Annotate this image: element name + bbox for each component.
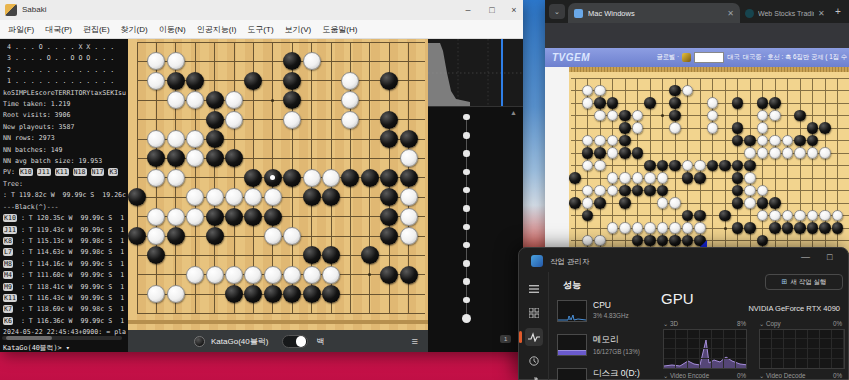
disk-list-item[interactable]: 디스크 0(D:)SSD bbox=[557, 368, 677, 380]
tree-scroll-up-icon[interactable]: ▲ bbox=[510, 109, 517, 116]
black-stone[interactable] bbox=[400, 266, 418, 284]
white-stone[interactable] bbox=[225, 188, 243, 206]
white-stone[interactable] bbox=[206, 266, 224, 284]
menu-item[interactable]: 편집(E) bbox=[83, 24, 110, 35]
white-stone[interactable] bbox=[669, 197, 681, 209]
tab1-close-icon[interactable]: ✕ bbox=[727, 9, 734, 18]
white-stone[interactable] bbox=[147, 52, 165, 70]
white-stone[interactable] bbox=[264, 266, 282, 284]
white-stone[interactable] bbox=[757, 122, 769, 134]
tree-node[interactable] bbox=[463, 187, 470, 194]
gpu-venc-value: 0% bbox=[737, 372, 746, 379]
black-stone[interactable] bbox=[380, 227, 398, 245]
tree-node[interactable] bbox=[463, 278, 470, 285]
console-line: K11 : T 116.43c W 99.99c S 1 bbox=[3, 293, 128, 304]
white-stone[interactable] bbox=[619, 222, 631, 234]
white-stone[interactable] bbox=[400, 188, 418, 206]
white-stone[interactable] bbox=[283, 227, 301, 245]
white-stone[interactable] bbox=[819, 210, 831, 222]
white-stone[interactable] bbox=[632, 222, 644, 234]
white-stone[interactable] bbox=[341, 91, 359, 109]
tree-node-badge: 1 bbox=[500, 335, 511, 343]
black-stone[interactable] bbox=[322, 188, 340, 206]
black-stone[interactable] bbox=[206, 130, 224, 148]
tab2-close-icon[interactable]: ✕ bbox=[818, 9, 825, 18]
black-stone[interactable] bbox=[582, 147, 594, 159]
black-stone[interactable] bbox=[380, 266, 398, 284]
console-line: 4 . . . O . . . . X X . . . bbox=[3, 42, 128, 53]
white-stone[interactable] bbox=[669, 222, 681, 234]
black-stone[interactable] bbox=[782, 222, 794, 234]
menu-item[interactable]: 찾기(D) bbox=[121, 24, 148, 35]
rail-app-history-icon[interactable] bbox=[525, 352, 543, 370]
window-title: Sabaki bbox=[22, 5, 46, 14]
white-stone[interactable] bbox=[594, 160, 606, 172]
white-stone[interactable] bbox=[147, 208, 165, 226]
tab2-title: Web Stocks Trading - Webull bbox=[758, 10, 814, 17]
white-stone[interactable] bbox=[707, 122, 719, 134]
white-stone[interactable] bbox=[283, 111, 301, 129]
white-stone[interactable] bbox=[303, 52, 321, 70]
white-stone[interactable] bbox=[147, 72, 165, 90]
white-stone[interactable] bbox=[744, 197, 756, 209]
black-stone[interactable] bbox=[380, 72, 398, 90]
board-top-edge bbox=[569, 67, 849, 72]
white-stone[interactable] bbox=[147, 285, 165, 303]
black-stone[interactable] bbox=[569, 172, 581, 184]
white-stone[interactable] bbox=[167, 130, 185, 148]
star-point bbox=[368, 273, 371, 276]
white-stone[interactable] bbox=[807, 147, 819, 159]
white-stone[interactable] bbox=[632, 122, 644, 134]
white-stone[interactable] bbox=[341, 72, 359, 90]
browser-toolbar: ← → ⟳ remotedesktop.g... ⧉ ⇩ ☆ bbox=[545, 23, 849, 48]
white-stone[interactable] bbox=[303, 169, 321, 187]
black-stone[interactable] bbox=[794, 135, 806, 147]
black-stone[interactable] bbox=[807, 222, 819, 234]
white-stone[interactable] bbox=[225, 111, 243, 129]
black-stone[interactable] bbox=[206, 149, 224, 167]
black-stone[interactable] bbox=[225, 285, 243, 303]
desktop-wallpaper: Sabaki – □ × 파일(F)대국(P)편집(E)찾기(D)이동(N)인공… bbox=[0, 0, 849, 380]
star-point bbox=[661, 114, 664, 117]
black-stone[interactable] bbox=[794, 110, 806, 122]
white-stone[interactable] bbox=[707, 97, 719, 109]
white-stone[interactable] bbox=[341, 111, 359, 129]
black-stone[interactable] bbox=[147, 246, 165, 264]
console-line: K10 : T 120.35c W 99.99c S 1 bbox=[3, 213, 128, 224]
white-stone[interactable] bbox=[794, 147, 806, 159]
gpu-copy-label: ⌄ Copy bbox=[759, 320, 781, 327]
black-stone[interactable] bbox=[807, 122, 819, 134]
tab-search-chevron-icon[interactable]: ⌄ bbox=[549, 4, 565, 19]
black-stone[interactable] bbox=[303, 246, 321, 264]
black-stone[interactable] bbox=[619, 122, 631, 134]
rail-performance-icon[interactable] bbox=[525, 328, 543, 346]
rail-processes-icon[interactable] bbox=[525, 304, 543, 322]
tree-node[interactable] bbox=[463, 242, 470, 249]
black-stone[interactable] bbox=[682, 172, 694, 184]
black-stone[interactable] bbox=[719, 160, 731, 172]
rail-hamburger-icon[interactable] bbox=[525, 280, 543, 298]
black-stone[interactable] bbox=[669, 110, 681, 122]
black-stone[interactable] bbox=[694, 210, 706, 222]
white-stone[interactable] bbox=[619, 172, 631, 184]
taskman-app-icon bbox=[531, 255, 543, 267]
black-stone[interactable] bbox=[361, 169, 379, 187]
black-stone[interactable] bbox=[594, 97, 606, 109]
sabaki-window: Sabaki – □ × 파일(F)대국(P)편집(E)찾기(D)이동(N)인공… bbox=[0, 0, 523, 352]
black-stone[interactable] bbox=[206, 111, 224, 129]
black-stone[interactable] bbox=[757, 97, 769, 109]
menu-item[interactable]: 도움말(H) bbox=[322, 24, 357, 35]
white-stone[interactable] bbox=[147, 227, 165, 245]
last-move-triangle bbox=[700, 240, 707, 247]
black-stone[interactable] bbox=[619, 147, 631, 159]
menu-item[interactable]: 파일(F) bbox=[8, 24, 34, 35]
white-stone[interactable] bbox=[582, 197, 594, 209]
black-stone[interactable] bbox=[644, 185, 656, 197]
console-line: NN rows: 2973 bbox=[3, 133, 128, 144]
black-stone[interactable] bbox=[283, 285, 301, 303]
gpu-vdec-label: ⌄ Video Decode bbox=[759, 372, 805, 379]
sabaki-side-panel: ▲ 1 bbox=[428, 39, 523, 352]
black-stone[interactable] bbox=[732, 197, 744, 209]
grid-line bbox=[137, 255, 425, 256]
black-stone[interactable] bbox=[147, 149, 165, 167]
black-stone[interactable] bbox=[186, 72, 204, 90]
grid-line bbox=[787, 78, 788, 266]
white-stone[interactable] bbox=[682, 222, 694, 234]
profile-icon[interactable] bbox=[682, 53, 691, 62]
white-stone[interactable] bbox=[322, 266, 340, 284]
black-stone[interactable] bbox=[769, 97, 781, 109]
white-stone[interactable] bbox=[607, 147, 619, 159]
black-stone[interactable] bbox=[400, 169, 418, 187]
memory-list-item[interactable]: 메모리16/127GB (13%) bbox=[557, 334, 677, 366]
header-input[interactable] bbox=[694, 52, 724, 63]
black-stone[interactable] bbox=[644, 235, 656, 247]
white-stone[interactable] bbox=[694, 222, 706, 234]
rail-startup-icon[interactable] bbox=[525, 372, 543, 380]
white-stone[interactable] bbox=[167, 208, 185, 226]
console-line: 1 . . . . . . . . . . . . . bbox=[3, 76, 128, 87]
taskman-minimize-button[interactable]: — bbox=[801, 252, 810, 262]
menu-item[interactable]: 이동(N) bbox=[159, 24, 186, 35]
black-stone[interactable] bbox=[594, 197, 606, 209]
black-stone[interactable] bbox=[644, 97, 656, 109]
white-stone[interactable] bbox=[264, 227, 282, 245]
black-stone[interactable] bbox=[244, 285, 262, 303]
white-stone[interactable] bbox=[594, 110, 606, 122]
console-line: M9 : T 118.41c W 99.99c S 1 bbox=[3, 282, 128, 293]
black-stone[interactable] bbox=[303, 285, 321, 303]
white-stone[interactable] bbox=[225, 91, 243, 109]
black-stone[interactable] bbox=[594, 147, 606, 159]
tab-webull[interactable]: Web Stocks Trading - Webull ✕ bbox=[745, 3, 831, 23]
white-stone[interactable] bbox=[657, 197, 669, 209]
black-stone[interactable] bbox=[303, 188, 321, 206]
tree-node[interactable] bbox=[463, 224, 470, 231]
white-stone[interactable] bbox=[794, 210, 806, 222]
white-stone[interactable] bbox=[769, 135, 781, 147]
cpu-list-item[interactable]: CPU3% 4.83GHz bbox=[557, 300, 677, 332]
black-stone[interactable] bbox=[283, 52, 301, 70]
white-stone[interactable] bbox=[147, 130, 165, 148]
white-stone[interactable] bbox=[582, 97, 594, 109]
white-stone[interactable] bbox=[283, 266, 301, 284]
white-stone[interactable] bbox=[147, 169, 165, 187]
sabaki-go-board[interactable]: KataGo(40블럭) 백 ≡ bbox=[128, 39, 428, 352]
gpu-vdec-value: 0% bbox=[833, 372, 842, 379]
gtp-console[interactable]: 4 . . . O . . . . X X . . . 3 . . . . O … bbox=[0, 39, 128, 352]
white-stone[interactable] bbox=[186, 149, 204, 167]
board-bottom-edge bbox=[128, 320, 428, 324]
gpu-name: NVIDIA GeForce RTX 4090 bbox=[748, 304, 840, 313]
tree-node[interactable] bbox=[463, 297, 470, 304]
black-stone[interactable] bbox=[380, 188, 398, 206]
black-stone[interactable] bbox=[128, 227, 146, 245]
black-stone[interactable] bbox=[644, 160, 656, 172]
white-stone[interactable] bbox=[607, 172, 619, 184]
white-stone[interactable] bbox=[167, 169, 185, 187]
black-stone[interactable] bbox=[794, 222, 806, 234]
black-stone[interactable] bbox=[669, 160, 681, 172]
white-stone[interactable] bbox=[757, 147, 769, 159]
black-stone[interactable] bbox=[167, 227, 185, 245]
white-stone[interactable] bbox=[186, 266, 204, 284]
white-stone[interactable] bbox=[769, 210, 781, 222]
black-stone[interactable] bbox=[206, 91, 224, 109]
grid-line bbox=[137, 313, 425, 314]
white-stone[interactable] bbox=[303, 266, 321, 284]
black-stone[interactable] bbox=[769, 197, 781, 209]
black-stone[interactable] bbox=[283, 72, 301, 90]
black-stone[interactable] bbox=[264, 285, 282, 303]
black-stone[interactable] bbox=[569, 197, 581, 209]
white-stone[interactable] bbox=[186, 91, 204, 109]
grid-line bbox=[800, 78, 801, 266]
white-stone[interactable] bbox=[594, 85, 606, 97]
white-stone[interactable] bbox=[186, 130, 204, 148]
white-stone[interactable] bbox=[632, 172, 644, 184]
white-stone[interactable] bbox=[744, 147, 756, 159]
disk-thumbnail bbox=[557, 368, 587, 380]
memory-thumbnail bbox=[557, 334, 587, 356]
white-stone[interactable] bbox=[694, 160, 706, 172]
menu-item[interactable]: 인공지능(I) bbox=[197, 24, 237, 35]
white-stone[interactable] bbox=[244, 188, 262, 206]
black-stone[interactable] bbox=[244, 72, 262, 90]
black-stone[interactable] bbox=[206, 227, 224, 245]
new-tab-button[interactable]: + bbox=[835, 6, 841, 17]
white-stone[interactable] bbox=[264, 188, 282, 206]
white-stone[interactable] bbox=[167, 52, 185, 70]
white-stone[interactable] bbox=[782, 147, 794, 159]
run-new-task-button[interactable]: ⊞ 새 작업 실행 bbox=[765, 274, 843, 290]
grid-line bbox=[571, 78, 849, 79]
black-stone[interactable] bbox=[322, 285, 340, 303]
black-stone[interactable] bbox=[619, 110, 631, 122]
white-stone[interactable] bbox=[400, 208, 418, 226]
tree-node[interactable] bbox=[463, 150, 470, 157]
white-stone[interactable] bbox=[644, 222, 656, 234]
tvgem-logo[interactable]: TVGEM bbox=[552, 52, 590, 63]
white-stone[interactable] bbox=[657, 172, 669, 184]
tree-node[interactable] bbox=[463, 169, 470, 176]
black-stone[interactable] bbox=[167, 72, 185, 90]
black-stone[interactable] bbox=[128, 188, 146, 206]
sabaki-app-icon bbox=[5, 4, 17, 16]
black-stone[interactable] bbox=[744, 135, 756, 147]
white-stone[interactable] bbox=[186, 188, 204, 206]
black-stone[interactable] bbox=[206, 208, 224, 226]
black-stone[interactable] bbox=[669, 97, 681, 109]
grid-line bbox=[137, 42, 425, 43]
gpu-3d-graph bbox=[663, 329, 747, 369]
run-new-task-icon: ⊞ bbox=[782, 278, 788, 286]
console-scrollbar[interactable] bbox=[2, 336, 122, 340]
black-stone[interactable] bbox=[732, 122, 744, 134]
console-line: 2 . . . . . . . . . . . . . bbox=[3, 65, 128, 76]
game-tree[interactable]: ▲ 1 bbox=[428, 107, 523, 352]
console-line: Tree: bbox=[3, 179, 128, 190]
white-stone[interactable] bbox=[225, 266, 243, 284]
tab1-title: Mac Windows bbox=[588, 9, 723, 18]
grid-line bbox=[571, 90, 849, 91]
tab-mac-windows[interactable]: Mac Windows ✕ bbox=[568, 3, 740, 23]
header-mid-text[interactable]: 대국 bbox=[727, 53, 740, 62]
black-stone[interactable] bbox=[619, 185, 631, 197]
white-stone[interactable] bbox=[644, 172, 656, 184]
tvgem-header: TVGEM 글로벌 · 대국 대국중 · 호선 : 흑 6집반 공제 ( 1집 … bbox=[545, 48, 849, 67]
white-stone[interactable] bbox=[594, 185, 606, 197]
black-stone[interactable] bbox=[380, 169, 398, 187]
black-stone[interactable] bbox=[283, 91, 301, 109]
black-stone[interactable] bbox=[380, 208, 398, 226]
console-line: 3 . . . . O . . O O O . . . bbox=[3, 53, 128, 64]
black-stone[interactable] bbox=[380, 130, 398, 148]
black-stone[interactable] bbox=[341, 169, 359, 187]
black-stone[interactable] bbox=[819, 222, 831, 234]
winrate-graph[interactable] bbox=[428, 39, 523, 107]
tree-node[interactable] bbox=[463, 205, 470, 212]
black-stone[interactable] bbox=[819, 122, 831, 134]
white-stone[interactable] bbox=[594, 235, 606, 247]
white-stone[interactable] bbox=[744, 185, 756, 197]
white-stone[interactable] bbox=[206, 188, 224, 206]
white-stone[interactable] bbox=[594, 135, 606, 147]
white-stone[interactable] bbox=[186, 208, 204, 226]
white-stone[interactable] bbox=[744, 172, 756, 184]
console-line: L7 : T 114.63c W 99.98c S 1 bbox=[3, 247, 128, 258]
white-stone[interactable] bbox=[819, 147, 831, 159]
grid-line bbox=[725, 78, 726, 266]
black-stone[interactable] bbox=[732, 222, 744, 234]
white-stone[interactable] bbox=[657, 222, 669, 234]
console-line: M8 : T 114.16c W 99.99c S 1 bbox=[3, 259, 128, 270]
console-line: K8 : T 115.13c W 99.98c S 1 bbox=[3, 236, 128, 247]
black-stone[interactable] bbox=[244, 208, 262, 226]
console-line: Root visits: 3906 bbox=[3, 110, 128, 121]
tree-node[interactable] bbox=[462, 314, 471, 323]
menubar: 파일(F)대국(P)편집(E)찾기(D)이동(N)인공지능(I)도구(T)보기(… bbox=[0, 20, 523, 39]
menu-item[interactable]: 도구(T) bbox=[247, 24, 273, 35]
black-stone[interactable] bbox=[632, 147, 644, 159]
white-stone[interactable] bbox=[322, 169, 340, 187]
black-stone[interactable] bbox=[283, 169, 301, 187]
hamburger-icon[interactable]: ≡ bbox=[412, 335, 418, 347]
black-stone[interactable] bbox=[619, 135, 631, 147]
white-stone[interactable] bbox=[244, 266, 262, 284]
black-stone[interactable] bbox=[719, 210, 731, 222]
black-stone[interactable] bbox=[361, 246, 379, 264]
maximize-button[interactable]: □ bbox=[481, 0, 503, 20]
black-stone[interactable] bbox=[322, 246, 340, 264]
console-line: NN avg batch size: 19.953 bbox=[3, 156, 128, 167]
black-stone[interactable] bbox=[669, 235, 681, 247]
white-stone[interactable] bbox=[167, 285, 185, 303]
black-stone[interactable] bbox=[669, 85, 681, 97]
black-stone[interactable] bbox=[167, 149, 185, 167]
sabaki-titlebar[interactable]: Sabaki – □ × bbox=[0, 0, 523, 20]
menu-item[interactable]: 대국(P) bbox=[45, 24, 72, 35]
white-stone[interactable] bbox=[607, 222, 619, 234]
white-stone[interactable] bbox=[400, 149, 418, 167]
black-stone[interactable] bbox=[757, 197, 769, 209]
taskman-maximize-button[interactable]: □ bbox=[827, 252, 832, 262]
white-stone[interactable] bbox=[400, 227, 418, 245]
grid-line bbox=[812, 78, 813, 266]
black-stone[interactable] bbox=[380, 111, 398, 129]
white-stone[interactable] bbox=[769, 147, 781, 159]
engine-toggle[interactable] bbox=[282, 335, 308, 348]
task-manager-window: 작업 관리자 — □ 성능 ⊞ 새 작업 실행 bbox=[518, 247, 849, 380]
black-stone[interactable] bbox=[264, 208, 282, 226]
console-prompt[interactable]: KataGo(40블럭)> ▾ bbox=[3, 343, 70, 352]
close-button[interactable]: × bbox=[503, 0, 525, 20]
tree-node[interactable] bbox=[463, 114, 470, 121]
minimize-button[interactable]: – bbox=[457, 0, 479, 20]
grid-line bbox=[825, 78, 826, 266]
tree-node[interactable] bbox=[463, 132, 470, 139]
black-stone[interactable] bbox=[732, 172, 744, 184]
console-line: NN batches: 149 bbox=[3, 145, 128, 156]
white-stone[interactable] bbox=[769, 110, 781, 122]
black-stone[interactable] bbox=[619, 197, 631, 209]
menu-item[interactable]: 보기(V) bbox=[285, 24, 312, 35]
black-stone[interactable] bbox=[607, 97, 619, 109]
black-stone[interactable] bbox=[832, 222, 844, 234]
gpu-3d-label: ⌄ 3D bbox=[663, 320, 678, 327]
tree-edge bbox=[466, 117, 467, 322]
grid-line bbox=[571, 203, 849, 204]
black-stone[interactable] bbox=[400, 130, 418, 148]
tree-node[interactable] bbox=[463, 260, 470, 267]
black-stone[interactable] bbox=[694, 172, 706, 184]
black-stone[interactable] bbox=[225, 208, 243, 226]
black-stone[interactable] bbox=[244, 169, 262, 187]
black-stone[interactable] bbox=[769, 222, 781, 234]
engine-name: KataGo(40블럭) bbox=[211, 336, 268, 347]
black-stone[interactable] bbox=[732, 97, 744, 109]
black-stone[interactable] bbox=[744, 160, 756, 172]
black-stone[interactable] bbox=[744, 222, 756, 234]
turn-label: 백 bbox=[316, 336, 324, 347]
white-stone[interactable] bbox=[669, 122, 681, 134]
black-stone[interactable] bbox=[225, 149, 243, 167]
white-stone[interactable] bbox=[167, 91, 185, 109]
